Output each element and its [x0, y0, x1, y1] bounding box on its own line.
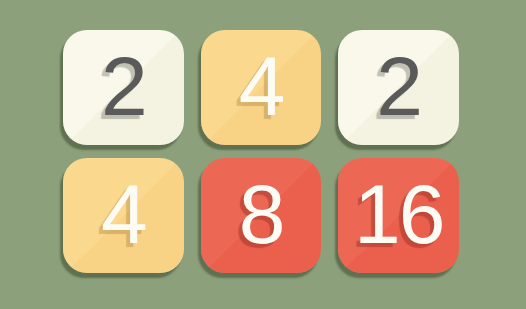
board[interactable]: 2 4 2 4 8 16 [63, 30, 459, 273]
tile-value: 2 [376, 44, 421, 132]
tile-r1c0: 4 [63, 158, 184, 273]
tile-r0c1: 4 [201, 30, 322, 145]
tile-r0c0: 2 [63, 30, 184, 145]
tile-value: 2 [101, 44, 146, 132]
tile-r0c2: 2 [338, 30, 459, 145]
tile-value: 8 [239, 172, 284, 260]
tile-r1c1: 8 [201, 158, 322, 273]
tile-r1c2: 16 [338, 158, 459, 273]
tile-value: 16 [354, 172, 443, 260]
tile-value: 4 [239, 44, 284, 132]
tile-value: 4 [101, 172, 146, 260]
